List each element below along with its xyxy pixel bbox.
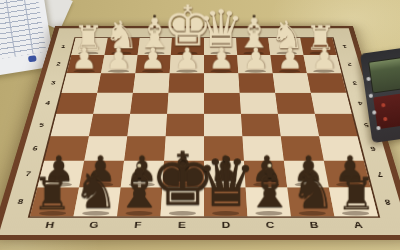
bishop-finial-tip <box>153 15 156 18</box>
square-h8[interactable]: ♜ <box>30 187 79 216</box>
square-h3[interactable] <box>62 73 101 93</box>
clock-side-button[interactable] <box>376 126 381 131</box>
square-a5[interactable] <box>315 114 358 137</box>
rank-label-left-1: 1 <box>61 44 66 48</box>
piece-white-p-g2[interactable]: ♟ <box>105 44 131 73</box>
rank-label-left-6: 6 <box>32 145 38 151</box>
square-f2[interactable]: ♟ <box>135 55 171 73</box>
file-label-g: G <box>88 220 99 230</box>
piece-black-b-c8[interactable]: ♝ <box>245 162 293 216</box>
rank-label-left-8: 8 <box>17 198 24 205</box>
piece-white-p-b2[interactable]: ♟ <box>277 44 303 73</box>
square-g3[interactable] <box>97 73 135 93</box>
rank-label-left-7: 7 <box>25 171 32 177</box>
square-c3[interactable] <box>238 73 275 93</box>
rank-label-right-3: 3 <box>352 80 358 85</box>
scoresheet-logo <box>28 55 37 62</box>
square-d8[interactable]: ♛ <box>204 187 247 216</box>
square-a2[interactable]: ♟ <box>304 55 342 73</box>
bishop-finial-tip <box>137 164 141 168</box>
file-label-d: D <box>222 220 231 230</box>
rank-label-right-2: 2 <box>347 62 352 66</box>
square-c5[interactable] <box>241 114 281 137</box>
rank-label-right-1: 1 <box>342 44 347 48</box>
bishop-finial-tip <box>252 15 255 18</box>
chess-board: ♜♞♝♚♛♝♞♜♟♟♟♟♟♟♟♟♟♟♟♟♟♟♟♟♜♞♝♚♛♝♞♜ HGFEDCB… <box>0 26 400 240</box>
square-e2[interactable]: ♟ <box>170 55 204 73</box>
clock-button-panel <box>373 92 400 129</box>
board-frame: ♜♞♝♚♛♝♞♜♟♟♟♟♟♟♟♟♟♟♟♟♟♟♟♟♜♞♝♚♛♝♞♜ HGFEDCB… <box>0 26 400 240</box>
square-d3[interactable] <box>204 73 240 93</box>
file-label-b: B <box>309 220 319 230</box>
piece-white-p-h2[interactable]: ♟ <box>71 44 97 73</box>
square-d5[interactable] <box>204 114 242 137</box>
bishop-finial-tip <box>267 164 271 168</box>
piece-white-p-e2[interactable]: ♟ <box>174 44 200 73</box>
file-label-c: C <box>265 220 274 230</box>
square-c2[interactable]: ♟ <box>237 55 273 73</box>
file-label-e: E <box>178 220 186 230</box>
rank-label-right-6: 6 <box>370 145 376 151</box>
piece-white-p-f2[interactable]: ♟ <box>140 44 166 73</box>
clock-display <box>368 57 400 94</box>
rank-label-left-4: 4 <box>45 100 51 105</box>
square-e4[interactable] <box>167 93 204 114</box>
square-g2[interactable]: ♟ <box>101 55 138 73</box>
tournament-chess-photo: ♜♞♝♚♛♝♞♜♟♟♟♟♟♟♟♟♟♟♟♟♟♟♟♟♜♞♝♚♛♝♞♜ HGFEDCB… <box>0 0 400 250</box>
piece-black-n-b8[interactable]: ♞ <box>290 165 335 215</box>
piece-black-r-a8[interactable]: ♜ <box>336 171 376 215</box>
rank-label-right-8: 8 <box>384 198 391 205</box>
square-h4[interactable] <box>56 93 97 114</box>
rank-label-left-2: 2 <box>56 62 61 66</box>
square-f5[interactable] <box>127 114 167 137</box>
square-f3[interactable] <box>133 73 170 93</box>
square-d2[interactable]: ♟ <box>204 55 238 73</box>
board-coordinate-border: ♜♞♝♚♛♝♞♜♟♟♟♟♟♟♟♟♟♟♟♟♟♟♟♟♜♞♝♚♛♝♞♜ HGFEDCB… <box>0 28 400 235</box>
square-g4[interactable] <box>93 93 133 114</box>
piece-black-r-h8[interactable]: ♜ <box>32 171 72 215</box>
square-b2[interactable]: ♟ <box>270 55 307 73</box>
rank-label-left-5: 5 <box>39 122 45 128</box>
square-e3[interactable] <box>168 73 204 93</box>
file-label-h: H <box>44 220 55 230</box>
square-b5[interactable] <box>278 114 319 137</box>
rank-label-right-4: 4 <box>357 100 363 105</box>
square-b8[interactable]: ♞ <box>287 187 334 216</box>
square-h5[interactable] <box>51 114 94 137</box>
square-c8[interactable]: ♝ <box>246 187 291 216</box>
rank-label-right-7: 7 <box>376 171 383 177</box>
square-g5[interactable] <box>89 114 130 137</box>
square-e5[interactable] <box>166 114 204 137</box>
piece-white-p-a2[interactable]: ♟ <box>311 44 337 73</box>
file-label-f: F <box>134 220 142 230</box>
square-d4[interactable] <box>204 93 241 114</box>
rank-label-left-3: 3 <box>50 80 56 85</box>
square-h2[interactable]: ♟ <box>67 55 105 73</box>
piece-black-n-g8[interactable]: ♞ <box>73 165 118 215</box>
square-g8[interactable]: ♞ <box>74 187 121 216</box>
piece-white-p-c2[interactable]: ♟ <box>242 44 268 73</box>
piece-white-p-d2[interactable]: ♟ <box>208 44 234 73</box>
board-grid: ♜♞♝♚♛♝♞♜♟♟♟♟♟♟♟♟♟♟♟♟♟♟♟♟♜♞♝♚♛♝♞♜ <box>28 37 380 218</box>
square-a8[interactable]: ♜ <box>329 187 378 216</box>
square-f4[interactable] <box>130 93 168 114</box>
square-a3[interactable] <box>307 73 346 93</box>
square-a4[interactable] <box>311 93 352 114</box>
square-b4[interactable] <box>275 93 315 114</box>
rank-label-right-5: 5 <box>363 122 369 128</box>
file-label-a: A <box>353 220 364 230</box>
square-b3[interactable] <box>273 73 311 93</box>
square-c4[interactable] <box>240 93 278 114</box>
